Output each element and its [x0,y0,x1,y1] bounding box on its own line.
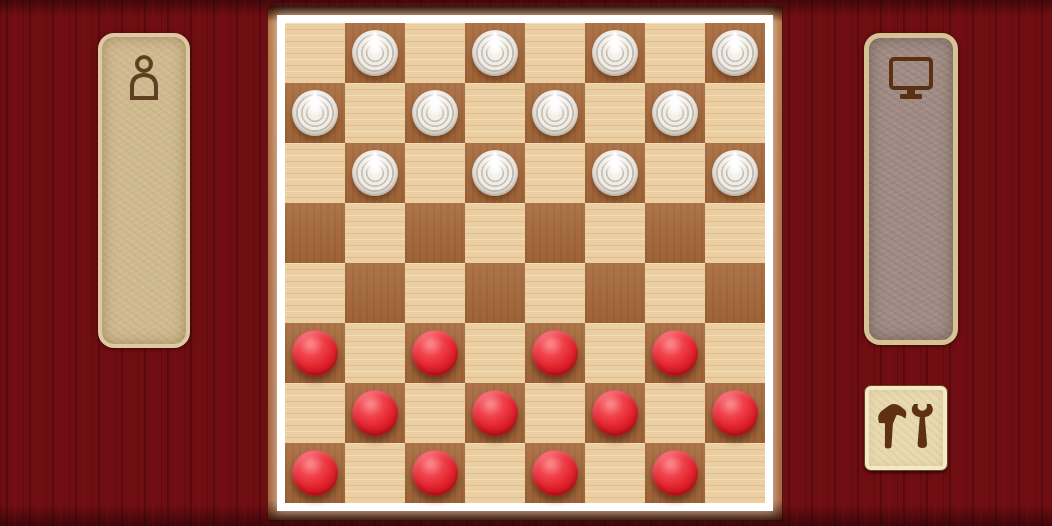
square-f3 [585,323,645,383]
square-a3[interactable] [285,323,345,383]
board-frame [268,6,782,520]
square-e7[interactable] [525,83,585,143]
square-g2 [645,383,705,443]
red-checker[interactable] [652,450,698,496]
square-a5[interactable] [285,203,345,263]
square-c4 [405,263,465,323]
square-f8[interactable] [585,23,645,83]
red-checker[interactable] [292,450,338,496]
board-grid [285,23,765,503]
square-d8[interactable] [465,23,525,83]
red-checker[interactable] [472,390,518,436]
square-h4[interactable] [705,263,765,323]
red-checker[interactable] [412,330,458,376]
square-d6[interactable] [465,143,525,203]
square-f7 [585,83,645,143]
red-checker[interactable] [352,390,398,436]
square-d3 [465,323,525,383]
square-b1 [345,443,405,503]
square-h2[interactable] [705,383,765,443]
square-h8[interactable] [705,23,765,83]
square-f1 [585,443,645,503]
white-checker[interactable] [412,90,458,136]
square-c6 [405,143,465,203]
square-e1[interactable] [525,443,585,503]
red-checker[interactable] [652,330,698,376]
square-e4 [525,263,585,323]
square-b6[interactable] [345,143,405,203]
square-d7 [465,83,525,143]
square-e6 [525,143,585,203]
square-f2[interactable] [585,383,645,443]
square-h7 [705,83,765,143]
square-b3 [345,323,405,383]
red-checker[interactable] [292,330,338,376]
square-b4[interactable] [345,263,405,323]
player-panel-human [98,33,190,348]
square-g5[interactable] [645,203,705,263]
square-c3[interactable] [405,323,465,383]
square-g6 [645,143,705,203]
square-d1 [465,443,525,503]
square-c7[interactable] [405,83,465,143]
square-g3[interactable] [645,323,705,383]
red-checker[interactable] [712,390,758,436]
white-checker[interactable] [712,30,758,76]
white-checker[interactable] [652,90,698,136]
square-a7[interactable] [285,83,345,143]
square-b2[interactable] [345,383,405,443]
hammer-wrench-icon [876,401,936,455]
square-f5 [585,203,645,263]
square-f6[interactable] [585,143,645,203]
background-wood [0,0,1052,526]
square-d4[interactable] [465,263,525,323]
white-checker[interactable] [472,30,518,76]
square-b5 [345,203,405,263]
square-h1 [705,443,765,503]
monitor-icon [888,56,934,104]
square-a1[interactable] [285,443,345,503]
square-f4[interactable] [585,263,645,323]
square-g4 [645,263,705,323]
square-h3 [705,323,765,383]
white-checker[interactable] [532,90,578,136]
square-g1[interactable] [645,443,705,503]
square-a8 [285,23,345,83]
white-checker[interactable] [592,30,638,76]
square-b7 [345,83,405,143]
red-checker[interactable] [592,390,638,436]
square-d5 [465,203,525,263]
square-c1[interactable] [405,443,465,503]
tools-button[interactable] [864,385,948,471]
square-d2[interactable] [465,383,525,443]
person-icon [128,54,160,104]
square-e8 [525,23,585,83]
square-a2 [285,383,345,443]
red-checker[interactable] [532,450,578,496]
white-checker[interactable] [712,150,758,196]
square-e2 [525,383,585,443]
square-g8 [645,23,705,83]
white-checker[interactable] [472,150,518,196]
player-panel-computer [864,33,958,345]
square-h6[interactable] [705,143,765,203]
red-checker[interactable] [412,450,458,496]
square-a4 [285,263,345,323]
square-e3[interactable] [525,323,585,383]
square-b8[interactable] [345,23,405,83]
square-h5 [705,203,765,263]
square-c2 [405,383,465,443]
board-inner-border [277,15,773,511]
square-e5[interactable] [525,203,585,263]
red-checker[interactable] [532,330,578,376]
white-checker[interactable] [352,30,398,76]
white-checker[interactable] [352,150,398,196]
square-c8 [405,23,465,83]
square-c5[interactable] [405,203,465,263]
square-a6 [285,143,345,203]
square-g7[interactable] [645,83,705,143]
white-checker[interactable] [592,150,638,196]
white-checker[interactable] [292,90,338,136]
